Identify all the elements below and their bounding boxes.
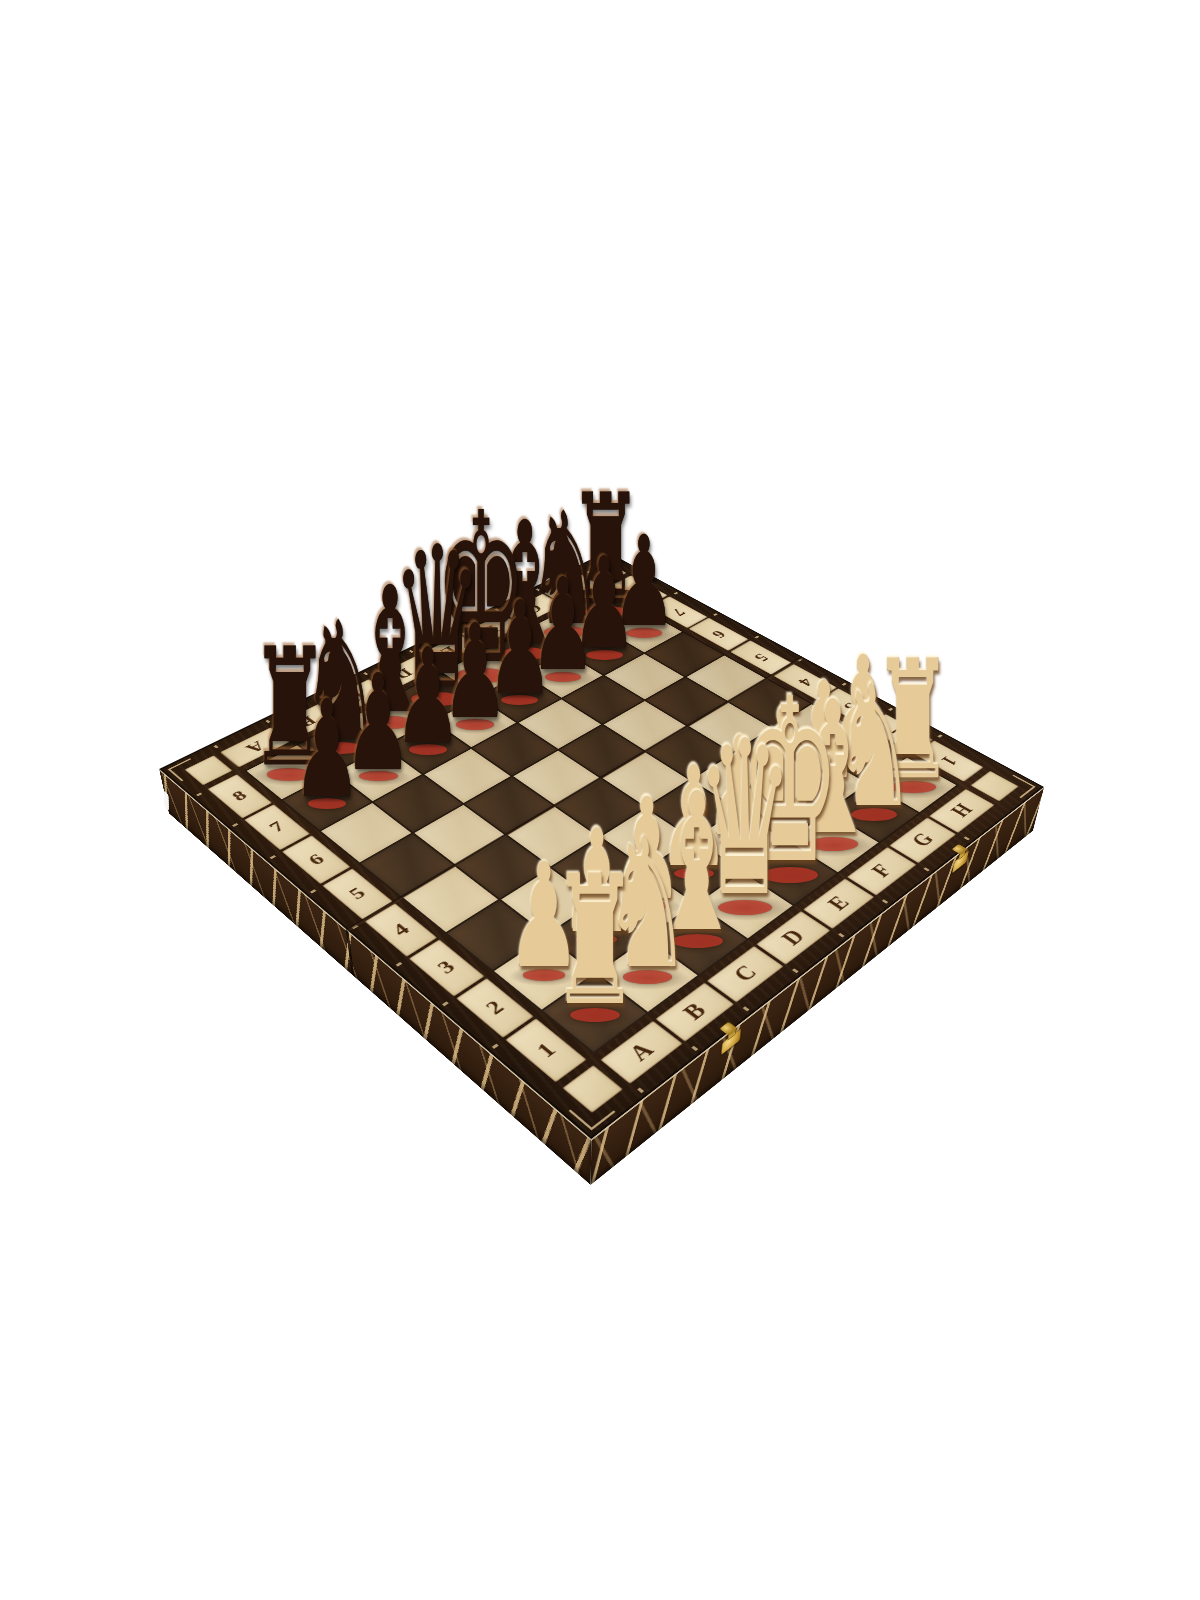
label-4: 4: [364, 903, 437, 957]
square-b1[interactable]: [597, 939, 697, 1012]
square-d2[interactable]: [648, 840, 741, 903]
square-b6[interactable]: [374, 775, 462, 832]
square-c3[interactable]: [552, 838, 645, 901]
square-f2[interactable]: [739, 782, 827, 839]
label-D: D: [756, 911, 830, 964]
square-e3[interactable]: [647, 781, 735, 838]
label-H: H: [929, 789, 994, 833]
square-d3[interactable]: [601, 809, 691, 869]
label-B: B: [655, 983, 734, 1042]
square-a6[interactable]: [321, 803, 411, 862]
rim-ticks-left: [196, 793, 548, 1091]
label-C: C: [707, 946, 783, 1002]
corner-plaque: [562, 1065, 622, 1113]
file-labels-near: ABCDEFGH: [600, 789, 994, 1084]
label-E: E: [803, 878, 874, 929]
square-b2[interactable]: [548, 903, 645, 972]
label-3: 3: [409, 940, 484, 997]
square-a4[interactable]: [403, 866, 498, 932]
square-e2[interactable]: [694, 810, 785, 870]
square-c2[interactable]: [599, 870, 694, 936]
square-g1[interactable]: [830, 784, 918, 841]
label-6: 6: [282, 835, 350, 884]
square-a5[interactable]: [361, 834, 454, 896]
rank-labels-left: 87654321: [208, 774, 587, 1082]
label-G: G: [889, 817, 956, 863]
square-a1[interactable]: [543, 974, 646, 1051]
label-F: F: [847, 847, 916, 895]
label-8: 8: [208, 774, 272, 818]
square-a2[interactable]: [494, 937, 594, 1010]
squares-grid: [244, 588, 959, 1054]
square-c5[interactable]: [465, 777, 553, 834]
square-d1[interactable]: [697, 872, 792, 938]
board-top-face: ABCDEFGH ABCDEFGH 87654321 87654321: [159, 551, 1044, 1139]
square-b3[interactable]: [501, 868, 596, 934]
square-a7[interactable]: [283, 774, 371, 831]
square-c1[interactable]: [649, 905, 747, 975]
label-1: 1: [506, 1019, 587, 1083]
label-5: 5: [322, 868, 392, 919]
square-c4[interactable]: [508, 807, 598, 867]
square-b5[interactable]: [414, 805, 504, 865]
square-a3[interactable]: [447, 901, 544, 970]
label-2: 2: [456, 978, 534, 1038]
folding-chess-board: ABCDEFGH ABCDEFGH 87654321 87654321: [159, 551, 1044, 1139]
square-b4[interactable]: [457, 836, 550, 899]
rim-ticks-near: [637, 809, 1006, 1093]
square-e1[interactable]: [744, 842, 837, 905]
square-f1[interactable]: [788, 812, 879, 872]
cloth-thread: [164, 790, 169, 811]
label-A: A: [600, 1021, 682, 1084]
label-7: 7: [244, 804, 310, 850]
square-d4[interactable]: [556, 779, 644, 836]
